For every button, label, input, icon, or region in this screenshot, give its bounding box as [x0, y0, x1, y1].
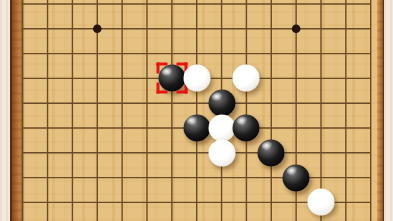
- white-stone: [233, 65, 260, 92]
- board-surface[interactable]: [22, 0, 377, 221]
- black-stone: [233, 115, 260, 142]
- black-stone: [183, 115, 210, 142]
- white-stone: [208, 139, 235, 166]
- table-background-right: [384, 0, 393, 221]
- board-frame-right: [377, 0, 385, 221]
- white-stone: [183, 65, 210, 92]
- white-stone: [208, 115, 235, 142]
- board-frame-left: [10, 0, 22, 221]
- black-stone: [158, 65, 185, 92]
- black-stone: [208, 90, 235, 117]
- table-background-left: [0, 0, 10, 221]
- black-stone: [258, 139, 285, 166]
- black-stone: [283, 164, 310, 191]
- white-stone: [307, 189, 334, 216]
- board-view: [0, 0, 393, 221]
